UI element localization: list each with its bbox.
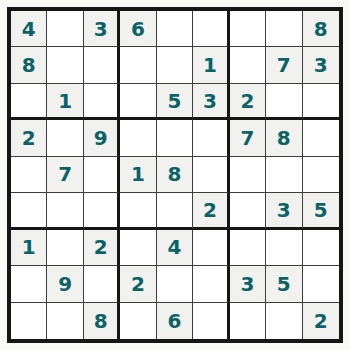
cell-r2c5[interactable] <box>157 47 193 83</box>
cell-r9c5[interactable]: 6 <box>157 303 193 339</box>
cell-r9c2[interactable] <box>47 303 83 339</box>
cell-r8c6[interactable] <box>193 266 229 302</box>
cell-r7c2[interactable] <box>47 230 83 266</box>
cell-r9c1[interactable] <box>11 303 47 339</box>
cell-r8c1[interactable] <box>11 266 47 302</box>
cell-r2c8[interactable]: 7 <box>266 47 302 83</box>
cell-r9c8[interactable] <box>266 303 302 339</box>
cell-r9c4[interactable] <box>120 303 156 339</box>
cell-r1c4[interactable]: 6 <box>120 11 156 47</box>
cell-r8c4[interactable]: 2 <box>120 266 156 302</box>
cell-r4c8[interactable]: 8 <box>266 120 302 156</box>
cell-r7c8[interactable] <box>266 230 302 266</box>
cell-r3c1[interactable] <box>11 84 47 120</box>
cell-r4c1[interactable]: 2 <box>11 120 47 156</box>
cell-r7c1[interactable]: 1 <box>11 230 47 266</box>
cell-r4c9[interactable] <box>303 120 339 156</box>
cell-r1c1[interactable]: 4 <box>11 11 47 47</box>
cell-r5c4[interactable]: 1 <box>120 157 156 193</box>
cell-r1c9[interactable]: 8 <box>303 11 339 47</box>
cell-r3c8[interactable] <box>266 84 302 120</box>
cell-r7c4[interactable] <box>120 230 156 266</box>
cell-r1c6[interactable] <box>193 11 229 47</box>
cell-r1c2[interactable] <box>47 11 83 47</box>
cell-r3c2[interactable]: 1 <box>47 84 83 120</box>
cell-r2c1[interactable]: 8 <box>11 47 47 83</box>
cell-r3c6[interactable]: 3 <box>193 84 229 120</box>
cell-r8c3[interactable] <box>84 266 120 302</box>
cell-r2c4[interactable] <box>120 47 156 83</box>
cell-r6c1[interactable] <box>11 193 47 229</box>
cell-r4c7[interactable]: 7 <box>230 120 266 156</box>
cell-r1c3[interactable]: 3 <box>84 11 120 47</box>
cell-r7c3[interactable]: 2 <box>84 230 120 266</box>
cell-r5c8[interactable] <box>266 157 302 193</box>
cell-r9c3[interactable]: 8 <box>84 303 120 339</box>
cell-r8c9[interactable] <box>303 266 339 302</box>
cell-r5c5[interactable]: 8 <box>157 157 193 193</box>
cell-r6c4[interactable] <box>120 193 156 229</box>
cell-r9c9[interactable]: 2 <box>303 303 339 339</box>
cell-r8c7[interactable]: 3 <box>230 266 266 302</box>
cell-r4c2[interactable] <box>47 120 83 156</box>
cell-r2c6[interactable]: 1 <box>193 47 229 83</box>
cell-r2c7[interactable] <box>230 47 266 83</box>
cell-r6c2[interactable] <box>47 193 83 229</box>
cell-r3c3[interactable] <box>84 84 120 120</box>
cell-r8c5[interactable] <box>157 266 193 302</box>
cell-r4c5[interactable] <box>157 120 193 156</box>
cell-r5c9[interactable] <box>303 157 339 193</box>
cell-r5c3[interactable] <box>84 157 120 193</box>
cell-r3c9[interactable] <box>303 84 339 120</box>
cell-r8c2[interactable]: 9 <box>47 266 83 302</box>
cell-r8c8[interactable]: 5 <box>266 266 302 302</box>
cell-r7c9[interactable] <box>303 230 339 266</box>
cell-r5c2[interactable]: 7 <box>47 157 83 193</box>
cell-r3c7[interactable]: 2 <box>230 84 266 120</box>
cell-r3c4[interactable] <box>120 84 156 120</box>
cell-r9c6[interactable] <box>193 303 229 339</box>
cell-r5c1[interactable] <box>11 157 47 193</box>
cell-r2c2[interactable] <box>47 47 83 83</box>
cell-r1c5[interactable] <box>157 11 193 47</box>
cell-r2c9[interactable]: 3 <box>303 47 339 83</box>
cell-r4c3[interactable]: 9 <box>84 120 120 156</box>
cell-r1c7[interactable] <box>230 11 266 47</box>
cell-r4c6[interactable] <box>193 120 229 156</box>
cell-r7c6[interactable] <box>193 230 229 266</box>
cell-r6c8[interactable]: 3 <box>266 193 302 229</box>
cell-r6c5[interactable] <box>157 193 193 229</box>
sudoku-board: 43688173153229787182351249235862 <box>7 7 343 343</box>
cell-r5c7[interactable] <box>230 157 266 193</box>
cell-r9c7[interactable] <box>230 303 266 339</box>
cell-r4c4[interactable] <box>120 120 156 156</box>
cell-r5c6[interactable] <box>193 157 229 193</box>
cell-r2c3[interactable] <box>84 47 120 83</box>
cell-r3c5[interactable]: 5 <box>157 84 193 120</box>
cell-r7c7[interactable] <box>230 230 266 266</box>
cell-r1c8[interactable] <box>266 11 302 47</box>
cell-r6c9[interactable]: 5 <box>303 193 339 229</box>
cell-r6c6[interactable]: 2 <box>193 193 229 229</box>
cell-r6c3[interactable] <box>84 193 120 229</box>
cell-r6c7[interactable] <box>230 193 266 229</box>
cell-r7c5[interactable]: 4 <box>157 230 193 266</box>
